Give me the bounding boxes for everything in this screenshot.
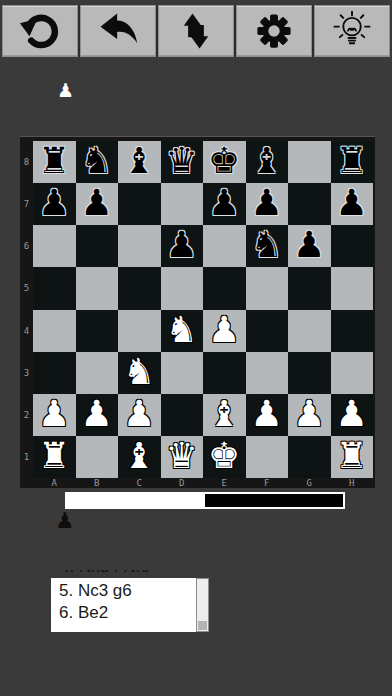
square-c3[interactable]: ♞ (118, 352, 161, 394)
file-labels: ABCDEFGH (33, 477, 373, 488)
rank-label-5: 5 (20, 267, 33, 309)
square-b4[interactable] (76, 310, 119, 352)
square-a7[interactable]: ♟ (33, 183, 76, 225)
square-f2[interactable]: ♟ (246, 394, 289, 436)
back-arrow-icon (97, 10, 139, 52)
square-e1[interactable]: ♚ (203, 436, 246, 478)
toolbar (2, 5, 390, 57)
file-label-a: A (33, 477, 76, 488)
rank-label-1: 1 (20, 436, 33, 478)
square-a6[interactable] (33, 225, 76, 267)
square-g6[interactable]: ♟ (288, 225, 331, 267)
piece-white-pawn: ♟ (38, 396, 70, 432)
square-h3[interactable] (331, 352, 374, 394)
square-b5[interactable] (76, 267, 119, 309)
move-list-line: 5. Nc3 g6 (59, 580, 196, 602)
file-label-e: E (203, 477, 246, 488)
piece-black-pawn: ♟ (38, 185, 70, 221)
square-e2[interactable]: ♝ (203, 394, 246, 436)
piece-white-bishop: ♝ (208, 396, 240, 432)
square-d1[interactable]: ♛ (161, 436, 204, 478)
square-f3[interactable] (246, 352, 289, 394)
square-e5[interactable] (203, 267, 246, 309)
piece-white-queen: ♛ (166, 438, 198, 474)
square-f6[interactable]: ♞ (246, 225, 289, 267)
evaluation-bar (65, 492, 345, 509)
piece-white-bishop: ♝ (123, 438, 155, 474)
captured-white-pawn-icon: ♟ (57, 81, 74, 100)
up-down-arrows-icon (175, 10, 217, 52)
rank-label-2: 2 (20, 394, 33, 436)
piece-black-knight: ♞ (251, 227, 283, 263)
square-d6[interactable]: ♟ (161, 225, 204, 267)
piece-white-pawn: ♟ (81, 396, 113, 432)
move-list-scrollbar[interactable] (196, 578, 209, 632)
piece-black-knight: ♞ (81, 143, 113, 179)
square-a2[interactable]: ♟ (33, 394, 76, 436)
piece-white-knight: ♞ (123, 354, 155, 390)
piece-black-pawn: ♟ (81, 185, 113, 221)
square-c6[interactable] (118, 225, 161, 267)
file-label-d: D (161, 477, 204, 488)
captured-black-pawn-icon: ♟ (55, 510, 75, 532)
square-d8[interactable]: ♛ (161, 141, 204, 183)
square-c7[interactable] (118, 183, 161, 225)
square-g4[interactable] (288, 310, 331, 352)
square-g3[interactable] (288, 352, 331, 394)
square-c2[interactable]: ♟ (118, 394, 161, 436)
rank-labels: 87654321 (20, 141, 33, 478)
move-list[interactable]: 5. Nc3 g66. Be2 (51, 578, 209, 632)
piece-black-pawn: ♟ (336, 185, 368, 221)
square-h5[interactable] (331, 267, 374, 309)
square-g8[interactable] (288, 141, 331, 183)
square-e7[interactable]: ♟ (203, 183, 246, 225)
board-squares: ♜♞♝♛♚♝♜♟♟♟♟♟♟♞♟♞♟♞♟♟♟♝♟♟♟♜♝♛♚♜ (33, 141, 373, 478)
square-h6[interactable] (331, 225, 374, 267)
square-c8[interactable]: ♝ (118, 141, 161, 183)
square-a8[interactable]: ♜ (33, 141, 76, 183)
piece-black-rook: ♜ (336, 143, 368, 179)
square-f8[interactable]: ♝ (246, 141, 289, 183)
piece-black-pawn: ♟ (208, 185, 240, 221)
square-h2[interactable]: ♟ (331, 394, 374, 436)
piece-black-queen: ♛ (166, 143, 198, 179)
square-f5[interactable] (246, 267, 289, 309)
square-a4[interactable] (33, 310, 76, 352)
piece-white-pawn: ♟ (336, 396, 368, 432)
piece-black-pawn: ♟ (293, 227, 325, 263)
square-b3[interactable] (76, 352, 119, 394)
rank-label-3: 3 (20, 352, 33, 394)
square-d5[interactable] (161, 267, 204, 309)
move-list-clipped-line: 4. Nxd4 Nf6 (51, 570, 196, 578)
square-a5[interactable] (33, 267, 76, 309)
square-f7[interactable]: ♟ (246, 183, 289, 225)
square-g1[interactable] (288, 436, 331, 478)
piece-black-rook: ♜ (38, 143, 70, 179)
square-h1[interactable]: ♜ (331, 436, 374, 478)
square-d4[interactable]: ♞ (161, 310, 204, 352)
scrollbar-thumb[interactable] (198, 621, 207, 630)
gear-icon (253, 10, 295, 52)
hint-button[interactable] (314, 5, 390, 57)
square-d3[interactable] (161, 352, 204, 394)
piece-white-king: ♚ (208, 438, 240, 474)
flip-board-button[interactable] (158, 5, 234, 57)
evaluation-bar-white (67, 494, 205, 507)
square-e4[interactable]: ♟ (203, 310, 246, 352)
piece-white-knight: ♞ (166, 312, 198, 348)
piece-white-pawn: ♟ (251, 396, 283, 432)
file-label-c: C (118, 477, 161, 488)
file-label-f: F (246, 477, 289, 488)
rank-label-7: 7 (20, 183, 33, 225)
file-label-b: B (76, 477, 119, 488)
square-b2[interactable]: ♟ (76, 394, 119, 436)
square-f1[interactable] (246, 436, 289, 478)
piece-black-pawn: ♟ (251, 185, 283, 221)
square-h8[interactable]: ♜ (331, 141, 374, 183)
square-c1[interactable]: ♝ (118, 436, 161, 478)
piece-white-pawn: ♟ (293, 396, 325, 432)
square-g7[interactable] (288, 183, 331, 225)
square-e3[interactable] (203, 352, 246, 394)
square-g5[interactable] (288, 267, 331, 309)
square-h7[interactable]: ♟ (331, 183, 374, 225)
rank-label-8: 8 (20, 141, 33, 183)
square-g2[interactable]: ♟ (288, 394, 331, 436)
chess-board: 87654321 ♜♞♝♛♚♝♜♟♟♟♟♟♟♞♟♞♟♞♟♟♟♝♟♟♟♜♝♛♚♜ … (20, 136, 375, 488)
piece-black-king: ♚ (208, 143, 240, 179)
file-label-g: G (288, 477, 331, 488)
square-b8[interactable]: ♞ (76, 141, 119, 183)
square-b7[interactable]: ♟ (76, 183, 119, 225)
square-e8[interactable]: ♚ (203, 141, 246, 183)
square-a3[interactable] (33, 352, 76, 394)
file-label-h: H (331, 477, 374, 488)
square-h4[interactable] (331, 310, 374, 352)
undo-button[interactable] (80, 5, 156, 57)
square-d7[interactable] (161, 183, 204, 225)
square-b6[interactable] (76, 225, 119, 267)
square-e6[interactable] (203, 225, 246, 267)
rotate-ccw-icon (19, 10, 61, 52)
piece-white-rook: ♜ (38, 438, 70, 474)
piece-black-pawn: ♟ (166, 227, 198, 263)
square-c4[interactable] (118, 310, 161, 352)
square-c5[interactable] (118, 267, 161, 309)
square-a1[interactable]: ♜ (33, 436, 76, 478)
move-list-lines: 5. Nc3 g66. Be2 (51, 578, 196, 632)
restart-button[interactable] (2, 5, 78, 57)
square-d2[interactable] (161, 394, 204, 436)
piece-white-pawn: ♟ (208, 312, 240, 348)
piece-white-pawn: ♟ (123, 396, 155, 432)
settings-button[interactable] (236, 5, 312, 57)
rank-label-4: 4 (20, 310, 33, 352)
piece-white-rook: ♜ (336, 438, 368, 474)
move-list-line: 6. Be2 (59, 602, 196, 624)
rank-label-6: 6 (20, 225, 33, 267)
square-f4[interactable] (246, 310, 289, 352)
square-b1[interactable] (76, 436, 119, 478)
lightbulb-icon (331, 10, 373, 52)
piece-black-bishop: ♝ (123, 143, 155, 179)
piece-black-bishop: ♝ (251, 143, 283, 179)
